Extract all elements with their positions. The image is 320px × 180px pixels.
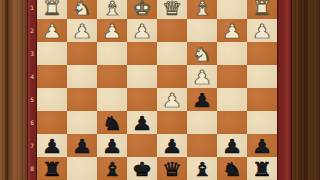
square-e4[interactable]: [127, 65, 157, 88]
square-g2[interactable]: ♟: [67, 19, 97, 42]
board: ♜♞♝♚♛♝♜♟♟♟♟♟♟♞♟♟♟♞♟♟♟♟♟♟♟♜♝♚♛♝♞♜: [37, 0, 277, 180]
square-f3[interactable]: [97, 42, 127, 65]
square-b7[interactable]: ♟: [217, 134, 247, 157]
rank-label-2: 2: [28, 19, 36, 42]
square-e8[interactable]: ♚: [127, 157, 157, 180]
square-c3[interactable]: ♞: [187, 42, 217, 65]
black-knight-f6[interactable]: ♞: [102, 114, 123, 133]
square-c2[interactable]: [187, 19, 217, 42]
square-g4[interactable]: [67, 65, 97, 88]
square-h4[interactable]: [37, 65, 67, 88]
square-a3[interactable]: [247, 42, 277, 65]
white-bishop-c1[interactable]: ♝: [192, 0, 213, 18]
square-h2[interactable]: ♟: [37, 19, 67, 42]
square-e1[interactable]: ♚: [127, 0, 157, 19]
rank-label-7: 7: [28, 134, 36, 157]
square-e3[interactable]: [127, 42, 157, 65]
square-c4[interactable]: ♟: [187, 65, 217, 88]
square-h3[interactable]: [37, 42, 67, 65]
white-rook-h1[interactable]: ♜: [42, 0, 63, 18]
black-queen-d8[interactable]: ♛: [162, 160, 183, 179]
square-a2[interactable]: ♟: [247, 19, 277, 42]
square-d6[interactable]: [157, 111, 187, 134]
black-pawn-b7[interactable]: ♟: [222, 137, 243, 156]
white-pawn-f2[interactable]: ♟: [102, 22, 123, 41]
square-a7[interactable]: ♟: [247, 134, 277, 157]
square-h5[interactable]: [37, 88, 67, 111]
square-d7[interactable]: ♟: [157, 134, 187, 157]
square-f6[interactable]: ♞: [97, 111, 127, 134]
black-pawn-c5[interactable]: ♟: [192, 91, 213, 110]
square-g8[interactable]: [67, 157, 97, 180]
board-frame-left: 12345678: [27, 0, 37, 180]
square-f5[interactable]: [97, 88, 127, 111]
square-b6[interactable]: [217, 111, 247, 134]
square-e6[interactable]: ♟: [127, 111, 157, 134]
square-b3[interactable]: [217, 42, 247, 65]
square-e5[interactable]: [127, 88, 157, 111]
square-f7[interactable]: ♟: [97, 134, 127, 157]
square-g7[interactable]: ♟: [67, 134, 97, 157]
rank-labels: 12345678: [28, 0, 36, 180]
square-c6[interactable]: [187, 111, 217, 134]
wood-panel-left: [0, 0, 27, 180]
rank-label-3: 3: [28, 42, 36, 65]
square-g1[interactable]: ♞: [67, 0, 97, 19]
square-f1[interactable]: ♝: [97, 0, 127, 19]
square-d2[interactable]: [157, 19, 187, 42]
black-knight-b8[interactable]: ♞: [222, 160, 243, 179]
board-frame-right: [277, 0, 292, 180]
black-pawn-d7[interactable]: ♟: [162, 137, 183, 156]
square-a1[interactable]: ♜: [247, 0, 277, 19]
white-bishop-f1[interactable]: ♝: [102, 0, 123, 18]
white-pawn-d5[interactable]: ♟: [162, 91, 183, 110]
square-d4[interactable]: [157, 65, 187, 88]
white-pawn-b2[interactable]: ♟: [222, 22, 243, 41]
black-pawn-g7[interactable]: ♟: [72, 137, 93, 156]
rank-label-5: 5: [28, 88, 36, 111]
white-pawn-h2[interactable]: ♟: [42, 22, 63, 41]
square-h1[interactable]: ♜: [37, 0, 67, 19]
black-rook-h8[interactable]: ♜: [42, 160, 63, 179]
white-queen-d1[interactable]: ♛: [162, 0, 183, 18]
square-d5[interactable]: ♟: [157, 88, 187, 111]
square-a5[interactable]: [247, 88, 277, 111]
square-g5[interactable]: [67, 88, 97, 111]
square-h7[interactable]: ♟: [37, 134, 67, 157]
square-b1[interactable]: [217, 0, 247, 19]
square-b2[interactable]: ♟: [217, 19, 247, 42]
square-f8[interactable]: ♝: [97, 157, 127, 180]
black-pawn-e6[interactable]: ♟: [132, 114, 153, 133]
black-pawn-f7[interactable]: ♟: [102, 137, 123, 156]
black-pawn-h7[interactable]: ♟: [42, 137, 63, 156]
square-d8[interactable]: ♛: [157, 157, 187, 180]
wood-panel-right: [292, 0, 320, 180]
square-d1[interactable]: ♛: [157, 0, 187, 19]
square-f4[interactable]: [97, 65, 127, 88]
square-e2[interactable]: ♟: [127, 19, 157, 42]
square-d3[interactable]: [157, 42, 187, 65]
white-knight-c3[interactable]: ♞: [192, 45, 213, 64]
square-b5[interactable]: [217, 88, 247, 111]
square-g3[interactable]: [67, 42, 97, 65]
square-f2[interactable]: ♟: [97, 19, 127, 42]
white-rook-a1[interactable]: ♜: [252, 0, 273, 18]
square-a8[interactable]: ♜: [247, 157, 277, 180]
white-knight-g1[interactable]: ♞: [72, 0, 93, 18]
square-c7[interactable]: [187, 134, 217, 157]
black-pawn-a7[interactable]: ♟: [252, 137, 273, 156]
white-pawn-g2[interactable]: ♟: [72, 22, 93, 41]
square-h6[interactable]: [37, 111, 67, 134]
square-e7[interactable]: [127, 134, 157, 157]
square-a6[interactable]: [247, 111, 277, 134]
square-c1[interactable]: ♝: [187, 0, 217, 19]
rank-label-1: 1: [28, 0, 36, 19]
black-bishop-c8[interactable]: ♝: [192, 160, 213, 179]
white-pawn-a2[interactable]: ♟: [252, 22, 273, 41]
black-bishop-f8[interactable]: ♝: [102, 160, 123, 179]
square-a4[interactable]: [247, 65, 277, 88]
white-pawn-c4[interactable]: ♟: [192, 68, 213, 87]
white-king-e1[interactable]: ♚: [132, 0, 153, 18]
black-rook-a8[interactable]: ♜: [252, 160, 273, 179]
square-b4[interactable]: [217, 65, 247, 88]
rank-label-4: 4: [28, 65, 36, 88]
square-b8[interactable]: ♞: [217, 157, 247, 180]
square-h8[interactable]: ♜: [37, 157, 67, 180]
chess-app-frame: 12345678 ♜♞♝♚♛♝♜♟♟♟♟♟♟♞♟♟♟♞♟♟♟♟♟♟♟♜♝♚♛♝♞…: [0, 0, 320, 180]
square-g6[interactable]: [67, 111, 97, 134]
square-c8[interactable]: ♝: [187, 157, 217, 180]
rank-label-6: 6: [28, 111, 36, 134]
square-c5[interactable]: ♟: [187, 88, 217, 111]
black-king-e8[interactable]: ♚: [132, 160, 153, 179]
rank-label-8: 8: [28, 157, 36, 180]
white-pawn-e2[interactable]: ♟: [132, 22, 153, 41]
